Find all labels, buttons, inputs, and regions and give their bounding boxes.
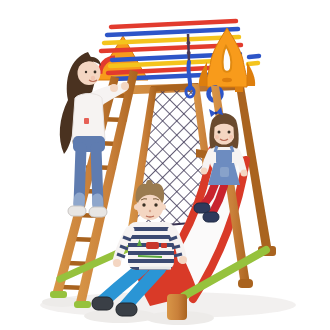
roof-bar-stub-blue — [249, 56, 259, 57]
girl2-shoe-right — [203, 212, 219, 222]
girl1-shoe-right — [89, 207, 107, 217]
boy-shoe-right — [116, 303, 137, 316]
knotted-rope — [188, 34, 189, 62]
blue-strap — [188, 62, 190, 89]
girl1-sweater — [72, 94, 105, 141]
girl1-head — [78, 61, 101, 85]
ladder-foot-right — [74, 301, 91, 308]
girl1-hand2 — [121, 82, 129, 90]
boy-truck-print — [146, 242, 159, 249]
roof-bar-stub-yellow — [248, 63, 258, 64]
girl2-bib — [216, 150, 232, 164]
slide-foot-block — [167, 294, 187, 320]
girl2-shoe-left — [194, 203, 210, 213]
girl1-hand — [110, 84, 118, 92]
boy-shoe-left — [92, 297, 113, 310]
girl1-shoe-left — [68, 206, 86, 216]
photo-canvas — [0, 0, 330, 330]
playset-photo-illustration — [0, 0, 330, 330]
ladder-foot-left — [50, 291, 67, 298]
girl1-print — [84, 118, 89, 124]
rocket-slot — [222, 78, 232, 82]
